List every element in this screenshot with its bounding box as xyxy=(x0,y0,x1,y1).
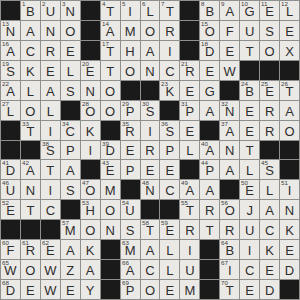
grid-cell-r5c5: O xyxy=(101,101,120,120)
grid-cell-r11c13: C xyxy=(260,220,279,239)
cell-letter: D xyxy=(6,284,15,299)
grid-cell-r13c2: W xyxy=(41,260,60,279)
grid-cell-r9c14: 51I xyxy=(280,180,299,199)
cell-letter: R xyxy=(205,204,214,219)
grid-cell-r6c4: K xyxy=(81,121,100,140)
grid-cell-r10c1: T xyxy=(21,200,40,219)
grid-cell-r6c12: E xyxy=(240,121,259,140)
black-cell-r7c1 xyxy=(21,141,40,160)
cell-letter: N xyxy=(225,144,234,159)
cell-letter: A xyxy=(146,244,155,259)
black-cell-r3c13 xyxy=(260,61,279,80)
black-cell-r4c11 xyxy=(220,81,239,100)
grid-cell-r12c13: K xyxy=(260,240,279,259)
grid-cell-r14c12: E xyxy=(240,280,259,299)
grid-cell-r2c1: C xyxy=(21,41,40,60)
black-cell-r10c3 xyxy=(61,200,80,219)
grid-cell-r9c9: 49A xyxy=(180,180,199,199)
grid-cell-r11c4: O xyxy=(81,220,100,239)
grid-cell-r0c8: 7T xyxy=(160,1,179,20)
clue-number: 44 xyxy=(201,160,208,166)
cell-letter: C xyxy=(265,224,274,239)
clue-number: 64 xyxy=(221,240,228,246)
grid-cell-r5c10: A xyxy=(200,101,219,120)
grid-cell-r13c12: C xyxy=(240,260,259,279)
grid-cell-r11c8: 59E xyxy=(160,220,179,239)
cell-letter: R xyxy=(46,45,55,60)
grid-cell-r8c7: E xyxy=(141,160,160,179)
cell-letter: K xyxy=(265,244,274,259)
cell-letter: N xyxy=(145,65,154,80)
clue-number: 40 xyxy=(201,141,208,147)
clue-number: 63 xyxy=(122,240,129,246)
cell-letter: E xyxy=(126,144,135,159)
cell-letter: A xyxy=(186,184,195,199)
grid-cell-r5c11: 32N xyxy=(220,101,239,120)
black-cell-r13c5 xyxy=(101,260,120,279)
clue-number: 68 xyxy=(2,280,9,286)
grid-cell-r13c6: 66A xyxy=(121,260,140,279)
grid-cell-r12c9: I xyxy=(180,240,199,259)
clue-number: 48 xyxy=(142,180,149,186)
grid-cell-r10c14: N xyxy=(280,200,299,219)
grid-cell-r2c14: X xyxy=(280,41,299,60)
cell-letter: A xyxy=(265,204,274,219)
grid-cell-r8c11: A xyxy=(220,160,239,179)
grid-cell-r7c10: 40A xyxy=(200,141,219,160)
grid-cell-r3c9: 21R xyxy=(180,61,199,80)
cell-letter: I xyxy=(188,244,192,259)
cell-letter: E xyxy=(245,125,254,140)
grid-cell-r14c3: E xyxy=(61,280,80,299)
clue-number: 61 xyxy=(22,240,29,246)
grid-cell-r1c8: R xyxy=(160,21,179,40)
clue-number: 2 xyxy=(42,1,45,7)
grid-cell-r12c11: 64B xyxy=(220,240,239,259)
black-cell-r1c9 xyxy=(180,21,199,40)
cell-letter: A xyxy=(225,5,234,20)
grid-cell-r5c12: E xyxy=(240,101,259,120)
cell-letter: L xyxy=(67,65,74,80)
black-cell-r8c14 xyxy=(280,160,299,179)
grid-cell-r4c4: N xyxy=(81,81,100,100)
grid-cell-r7c11: N xyxy=(220,141,239,160)
cell-letter: E xyxy=(245,184,254,199)
grid-cell-r9c7: 48N xyxy=(141,180,160,199)
cell-letter: T xyxy=(206,224,214,239)
grid-cell-r13c8: L xyxy=(160,260,179,279)
grid-cell-r9c12: 50E xyxy=(240,180,259,199)
grid-cell-r4c5: O xyxy=(101,81,120,100)
grid-cell-r8c5: 43E xyxy=(101,160,120,179)
clue-number: 10 xyxy=(241,1,248,7)
black-cell-r3c12 xyxy=(240,61,259,80)
grid-cell-r0c3: 3N xyxy=(61,1,80,20)
cell-letter: M xyxy=(125,244,136,259)
cell-letter: E xyxy=(225,45,234,60)
cell-letter: O xyxy=(105,105,115,120)
cell-letter: T xyxy=(186,204,194,219)
cell-letter: P xyxy=(166,144,175,159)
grid-cell-r9c0: 46U xyxy=(1,180,20,199)
black-cell-r3c14 xyxy=(280,61,299,80)
cell-letter: E xyxy=(245,105,254,120)
grid-cell-r8c8: E xyxy=(160,160,179,179)
grid-cell-r5c2: L xyxy=(41,101,60,120)
grid-cell-r10c4: 53H xyxy=(81,200,100,219)
grid-cell-r4c14: 26T xyxy=(280,81,299,100)
grid-cell-r3c1: K xyxy=(21,61,40,80)
grid-cell-r8c6: P xyxy=(121,160,140,179)
cell-letter: F xyxy=(6,244,14,259)
grid-cell-r2c10: 18D xyxy=(200,41,219,60)
cell-letter: O xyxy=(145,25,155,40)
grid-cell-r11c3: 57M xyxy=(61,220,80,239)
cell-letter: S xyxy=(265,25,274,40)
grid-cell-r3c10: E xyxy=(200,61,219,80)
grid-cell-r4c3: S xyxy=(61,81,80,100)
grid-cell-r10c5: O xyxy=(101,200,120,219)
cell-letter: M xyxy=(105,184,116,199)
cell-letter: I xyxy=(88,144,92,159)
cell-letter: B xyxy=(205,5,214,20)
cell-letter: N xyxy=(105,224,114,239)
grid-cell-r8c0: 41D xyxy=(1,160,20,179)
grid-cell-r0c6: 5I xyxy=(121,1,140,20)
black-cell-r0c9 xyxy=(180,1,199,20)
black-cell-r13c10 xyxy=(200,260,219,279)
grid-cell-r8c3: A xyxy=(61,160,80,179)
cell-letter: F xyxy=(226,25,234,40)
cell-letter: T xyxy=(166,5,174,20)
grid-cell-r12c0: 60F xyxy=(1,240,20,259)
cell-letter: A xyxy=(285,105,294,120)
grid-cell-r6c11: 37A xyxy=(220,121,239,140)
cell-letter: A xyxy=(205,105,214,120)
grid-cell-r6c6: 35R xyxy=(121,121,140,140)
grid-cell-r2c13: O xyxy=(260,41,279,60)
grid-cell-r13c4: A xyxy=(81,260,100,279)
cell-letter: C xyxy=(165,65,174,80)
cell-letter: R xyxy=(225,224,234,239)
grid-cell-r3c8: C xyxy=(160,61,179,80)
grid-cell-r6c13: R xyxy=(260,121,279,140)
black-cell-r2c9 xyxy=(180,41,199,60)
cell-letter: T xyxy=(46,164,54,179)
clue-number: 9 xyxy=(221,1,224,7)
cell-letter: T xyxy=(146,224,154,239)
grid-cell-r4c9: E xyxy=(180,81,199,100)
black-cell-r14c5 xyxy=(101,280,120,299)
clue-number: 67 xyxy=(221,260,228,266)
clue-number: 58 xyxy=(142,220,149,226)
clue-number: 22 xyxy=(2,81,9,87)
grid-cell-r9c1: N xyxy=(21,180,40,199)
grid-cell-r2c11: E xyxy=(220,41,239,60)
black-cell-r1c4 xyxy=(81,21,100,40)
clue-number: 11 xyxy=(261,1,267,7)
clue-number: 17 xyxy=(102,41,109,47)
cell-letter: Y xyxy=(86,284,95,299)
clue-number: 1 xyxy=(22,1,25,7)
grid-cell-r8c10: 44P xyxy=(200,160,219,179)
cell-letter: T xyxy=(26,204,34,219)
grid-cell-r4c12: 24B xyxy=(240,81,259,100)
cell-letter: G xyxy=(205,85,215,100)
grid-cell-r12c6: 63M xyxy=(121,240,140,259)
grid-cell-r0c7: 6L xyxy=(141,1,160,20)
cell-letter: K xyxy=(285,224,294,239)
cell-letter: L xyxy=(186,144,193,159)
clue-number: 32 xyxy=(221,101,228,107)
grid-cell-r14c2: W xyxy=(41,280,60,299)
grid-cell-r7c3: P xyxy=(61,141,80,160)
cell-letter: D xyxy=(285,264,294,279)
grid-cell-r6c9: E xyxy=(180,121,199,140)
black-cell-r7c0 xyxy=(1,141,20,160)
cell-letter: W xyxy=(44,284,56,299)
grid-cell-r1c14: E xyxy=(280,21,299,40)
grid-cell-r14c6: 69P xyxy=(121,280,140,299)
cell-letter: C xyxy=(165,184,174,199)
clue-number: 28 xyxy=(82,101,89,107)
cell-letter: I xyxy=(128,5,132,20)
cell-letter: T xyxy=(106,5,114,20)
clue-number: 43 xyxy=(102,160,109,166)
clue-number: 12 xyxy=(281,1,288,7)
black-cell-r11c1 xyxy=(21,220,40,239)
cell-letter: A xyxy=(225,164,234,179)
grid-cell-r11c9: R xyxy=(180,220,199,239)
clue-number: 24 xyxy=(241,81,248,87)
grid-cell-r10c11: 56O xyxy=(220,200,239,219)
cell-letter: O xyxy=(25,264,35,279)
grid-cell-r4c13: 25E xyxy=(260,81,279,100)
grid-cell-r7c2: 38S xyxy=(41,141,60,160)
grid-cell-r8c2: T xyxy=(41,160,60,179)
grid-cell-r3c5: T xyxy=(101,61,120,80)
black-cell-r0c4 xyxy=(81,1,100,20)
grid-cell-r9c10: A xyxy=(200,180,219,199)
black-cell-r4c6 xyxy=(121,81,140,100)
grid-cell-r12c8: L xyxy=(160,240,179,259)
black-cell-r5c3 xyxy=(61,101,80,120)
grid-cell-r1c10: 15O xyxy=(200,21,219,40)
cell-letter: T xyxy=(226,284,234,299)
grid-cell-r6c7: I xyxy=(141,121,160,140)
cell-letter: O xyxy=(105,204,115,219)
grid-cell-r10c13: A xyxy=(260,200,279,219)
grid-cell-r4c8: 23K xyxy=(160,81,179,100)
grid-cell-r2c5: 17T xyxy=(101,41,120,60)
cell-letter: L xyxy=(166,244,173,259)
clue-number: 19 xyxy=(2,61,9,67)
grid-cell-r5c4: 28O xyxy=(81,101,100,120)
clue-number: 5 xyxy=(122,1,125,7)
clue-number: 6 xyxy=(142,1,145,7)
grid-cell-r12c4: K xyxy=(81,240,100,259)
cell-letter: L xyxy=(166,264,173,279)
clue-number: 70 xyxy=(221,280,228,286)
grid-cell-r2c2: R xyxy=(41,41,60,60)
cell-letter: S xyxy=(265,164,274,179)
grid-cell-r1c2: N xyxy=(41,21,60,40)
clue-number: 54 xyxy=(122,200,129,206)
grid-cell-r13c14: D xyxy=(280,260,299,279)
cell-letter: E xyxy=(186,125,195,140)
cell-letter: W xyxy=(44,264,56,279)
cell-letter: J xyxy=(246,204,253,219)
clue-number: 52 xyxy=(2,200,9,206)
grid-cell-r10c9: 55T xyxy=(180,200,199,219)
grid-cell-r11c6: S xyxy=(121,220,140,239)
cell-letter: D xyxy=(6,164,15,179)
cell-letter: N xyxy=(26,184,35,199)
clue-number: 15 xyxy=(201,21,208,27)
grid-cell-r0c10: 8B xyxy=(200,1,219,20)
grid-cell-r0c5: 4T xyxy=(101,1,120,20)
grid-cell-r14c9: M xyxy=(180,280,199,299)
grid-cell-r10c2: C xyxy=(41,200,60,219)
grid-cell-r9c4: 47O xyxy=(81,180,100,199)
grid-cell-r7c9: L xyxy=(180,141,199,160)
cell-letter: E xyxy=(186,85,195,100)
clue-number: 33 xyxy=(22,121,29,127)
cell-letter: U xyxy=(125,204,134,219)
cell-letter: N xyxy=(145,184,154,199)
cell-letter: H xyxy=(85,204,94,219)
cell-letter: C xyxy=(245,264,254,279)
grid-cell-r13c0: 65W xyxy=(1,260,20,279)
clue-number: 42 xyxy=(22,160,29,166)
clue-number: 53 xyxy=(82,200,89,206)
grid-cell-r12c1: 61R xyxy=(21,240,40,259)
clue-number: 35 xyxy=(122,121,129,127)
black-cell-r6c0 xyxy=(1,121,20,140)
black-cell-r7c13 xyxy=(260,141,279,160)
cell-letter: A xyxy=(66,164,75,179)
clue-number: 29 xyxy=(122,101,129,107)
cell-letter: O xyxy=(265,45,275,60)
clue-number: 18 xyxy=(201,41,208,47)
cell-letter: O xyxy=(105,85,115,100)
grid-cell-r1c11: F xyxy=(220,21,239,40)
clue-number: 59 xyxy=(161,220,168,226)
cell-letter: E xyxy=(66,45,75,60)
grid-cell-r13c11: 67I xyxy=(220,260,239,279)
grid-cell-r3c2: E xyxy=(41,61,60,80)
grid-cell-r12c14: E xyxy=(280,240,299,259)
grid-cell-r11c10: T xyxy=(200,220,219,239)
cell-letter: P xyxy=(66,144,75,159)
grid-cell-r4c10: G xyxy=(200,81,219,100)
clue-number: 50 xyxy=(241,180,248,186)
clue-number: 7 xyxy=(161,1,164,7)
cell-letter: U xyxy=(6,184,15,199)
cell-letter: O xyxy=(65,25,75,40)
grid-cell-r3c11: W xyxy=(220,61,239,80)
cell-letter: S xyxy=(66,184,75,199)
cell-letter: K xyxy=(26,65,35,80)
grid-cell-r2c7: A xyxy=(141,41,160,60)
cell-letter: B xyxy=(225,244,234,259)
clue-number: 26 xyxy=(281,81,288,87)
grid-cell-r0c14: 12L xyxy=(280,1,299,20)
grid-cell-r3c0: 19S xyxy=(1,61,20,80)
cell-letter: A xyxy=(205,184,214,199)
cell-letter: U xyxy=(245,25,254,40)
cell-letter: E xyxy=(265,264,274,279)
grid-cell-r1c6: M xyxy=(121,21,140,40)
grid-cell-r2c3: E xyxy=(61,41,80,60)
grid-cell-r7c7: R xyxy=(141,141,160,160)
cell-letter: S xyxy=(66,85,75,100)
cell-letter: P xyxy=(205,164,214,179)
cell-letter: W xyxy=(224,65,236,80)
cell-letter: O xyxy=(225,204,235,219)
cell-letter: O xyxy=(284,125,294,140)
cell-letter: O xyxy=(145,284,155,299)
grid-cell-r14c11: 70T xyxy=(220,280,239,299)
grid-cell-r12c7: A xyxy=(141,240,160,259)
cell-letter: E xyxy=(66,284,75,299)
cell-letter: K xyxy=(86,125,95,140)
cell-letter: I xyxy=(228,264,232,279)
black-cell-r14c10 xyxy=(200,280,219,299)
black-cell-r9c6 xyxy=(121,180,140,199)
cell-letter: E xyxy=(245,284,254,299)
clue-number: 21 xyxy=(181,61,188,67)
grid-cell-r6c2: I xyxy=(41,121,60,140)
cell-letter: C xyxy=(145,264,154,279)
cell-letter: A xyxy=(86,264,95,279)
clue-number: 31 xyxy=(181,101,188,107)
cell-letter: E xyxy=(6,204,15,219)
cell-letter: I xyxy=(49,184,53,199)
grid-cell-r9c13: L xyxy=(260,180,279,199)
cell-letter: T xyxy=(246,45,254,60)
clue-number: 25 xyxy=(261,81,268,87)
cell-letter: L xyxy=(47,105,54,120)
black-cell-r8c4 xyxy=(81,160,100,179)
cell-letter: C xyxy=(26,45,35,60)
grid-cell-r12c2: 62E xyxy=(41,240,60,259)
grid-cell-r1c3: O xyxy=(61,21,80,40)
cell-letter: C xyxy=(46,204,55,219)
clue-number: 57 xyxy=(62,220,69,226)
cell-letter: A xyxy=(126,264,135,279)
grid-cell-r3c6: O xyxy=(121,61,140,80)
grid-cell-r13c9: U xyxy=(180,260,199,279)
clue-number: 13 xyxy=(2,21,9,27)
grid-cell-r5c7: 30S xyxy=(141,101,160,120)
cell-letter: I xyxy=(248,244,252,259)
clue-number: 3 xyxy=(62,1,65,7)
black-cell-r11c2 xyxy=(41,220,60,239)
grid-cell-r0c11: 9A xyxy=(220,1,239,20)
grid-cell-r4c1: L xyxy=(21,81,40,100)
clue-number: 14 xyxy=(102,21,109,27)
grid-cell-r4c0: 22A xyxy=(1,81,20,100)
black-cell-r12c10 xyxy=(200,240,219,259)
grid-cell-r9c8: C xyxy=(160,180,179,199)
cell-letter: K xyxy=(86,244,95,259)
black-cell-r14c14 xyxy=(280,280,299,299)
cell-letter: Z xyxy=(66,264,74,279)
grid-cell-r1c12: U xyxy=(240,21,259,40)
clue-number: 62 xyxy=(42,240,49,246)
grid-cell-r1c0: 13N xyxy=(1,21,20,40)
